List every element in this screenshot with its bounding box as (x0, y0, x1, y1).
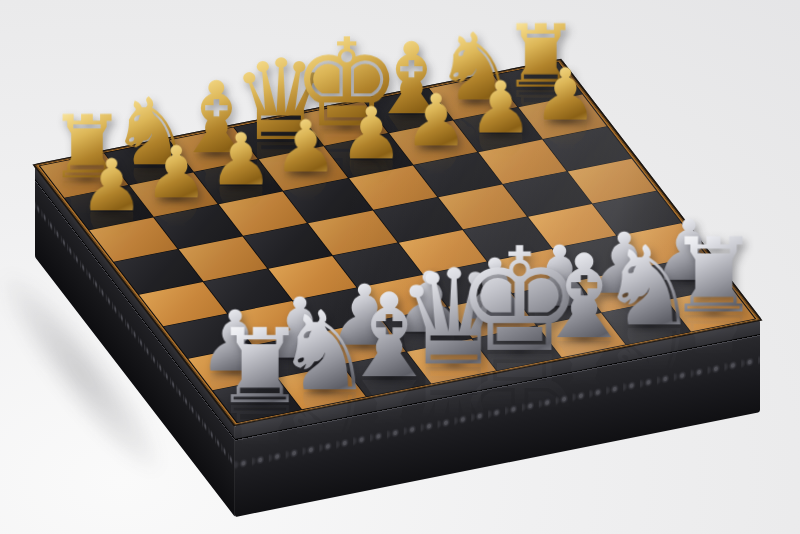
black-pawn-glyph: ♟ (404, 85, 469, 157)
white-rook-glyph: ♜ (667, 225, 759, 328)
black-pawn-glyph: ♟ (468, 72, 533, 144)
photo-stage: ♜♜♞♞♝♝♛♛♚♚♝♝♞♞♜♜♟♟♟♟♟♟♟♟♟♟♟♟♟♟♟♟♟♟♟♟♟♟♟♟… (0, 0, 800, 534)
black-pawn-glyph: ♟ (533, 59, 598, 131)
square-h1: ♜♜ (667, 287, 755, 331)
black-pawn-glyph: ♟ (339, 98, 404, 170)
black-pawn-glyph: ♟ (274, 111, 339, 183)
black-pawn-glyph: ♟ (144, 137, 209, 209)
black-pawn-glyph: ♟ (80, 149, 145, 221)
square-d7: ♟♟ (259, 147, 347, 191)
black-pawn-glyph: ♟ (209, 124, 274, 196)
